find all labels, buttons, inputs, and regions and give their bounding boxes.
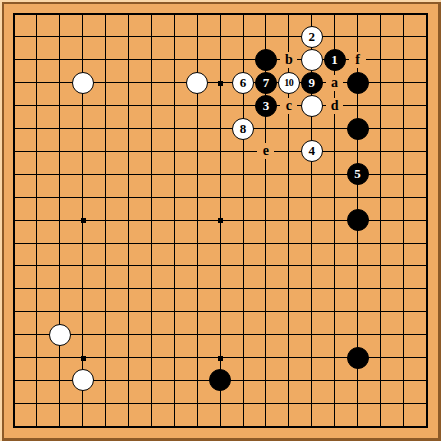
stone-black-q4 [347,347,369,369]
grid-line-horizontal [14,243,427,244]
grid-line-vertical [380,14,381,427]
stone-black-q14 [347,118,369,140]
stone-white-o13: 4 [301,140,323,162]
point-label-f: f [349,52,366,68]
grid-line-vertical [403,14,404,427]
stone-white-c5 [49,324,71,346]
stone-black-q10 [347,209,369,231]
star-point [81,218,86,223]
star-point [218,81,223,86]
point-label-d: d [326,98,343,114]
point-label-c: c [280,98,297,114]
grid-line-horizontal [14,288,427,289]
stone-black-m17 [255,49,277,71]
grid-line-horizontal [14,403,427,404]
stone-black-q12: 5 [347,163,369,185]
grid-line-horizontal [14,334,427,335]
stone-black-p17: 1 [324,49,346,71]
stone-black-q16 [347,72,369,94]
stone-white-o18: 2 [301,26,323,48]
stone-white-j16 [186,72,208,94]
grid-line-horizontal [14,311,427,312]
stone-white-n16: 10 [278,72,300,94]
grid-line-horizontal [14,265,427,266]
star-point [218,356,223,361]
stone-black-m15: 3 [255,95,277,117]
stone-white-o17 [301,49,323,71]
stone-white-l16: 6 [232,72,254,94]
point-label-b: b [280,52,297,68]
point-label-a: a [326,75,343,91]
stone-white-l14: 8 [232,118,254,140]
stone-black-o16: 9 [301,72,323,94]
stone-white-o15 [301,95,323,117]
star-point [81,356,86,361]
stone-white-d3 [72,369,94,391]
stone-black-m16: 7 [255,72,277,94]
stone-white-d16 [72,72,94,94]
go-board: 12345678910abcdef [0,0,441,441]
star-point [218,218,223,223]
point-label-e: e [257,143,274,159]
